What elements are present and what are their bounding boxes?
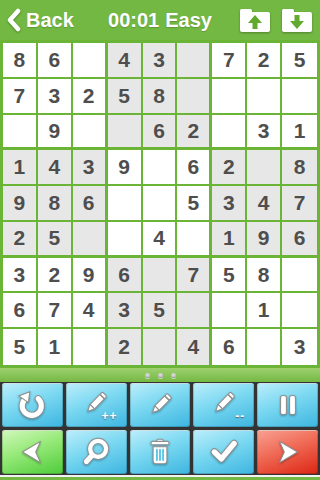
cell-r7c2[interactable]: 2 [38,258,73,294]
top-bar: Back 00:01 Easy [0,0,320,40]
cell-r5c5[interactable] [143,186,178,222]
cell-r3c2[interactable]: 9 [38,115,73,151]
cell-r4c6[interactable]: 6 [177,150,212,186]
cell-r9c2[interactable]: 1 [38,329,73,365]
folder-arrow-down-icon [280,6,314,34]
import-puzzle-button[interactable] [280,6,314,34]
cell-r7c5[interactable] [143,258,178,294]
page-dot-3 [171,373,176,378]
cell-r9c3[interactable] [73,329,108,365]
cell-r6c6[interactable] [177,222,212,258]
check-icon [207,435,241,469]
cell-r5c8[interactable]: 4 [247,186,282,222]
cell-r6c2[interactable]: 5 [38,222,73,258]
cell-r6c8[interactable]: 9 [247,222,282,258]
cell-r4c7[interactable]: 2 [212,150,247,186]
back-label: Back [26,9,74,32]
cell-r8c9[interactable] [282,293,317,329]
cell-r1c5[interactable]: 3 [143,43,178,79]
cell-r7c9[interactable] [282,258,317,294]
confirm-button[interactable] [193,430,254,474]
cell-r8c4[interactable]: 3 [108,293,143,329]
cell-r3c8[interactable]: 3 [247,115,282,151]
cell-r3c6[interactable]: 2 [177,115,212,151]
pencil-minus-icon [207,388,241,422]
cell-r9c8[interactable] [247,329,282,365]
cell-r4c5[interactable] [143,150,178,186]
cell-r3c3[interactable] [73,115,108,151]
cell-r2c7[interactable] [212,79,247,115]
timer-value: 00:01 [108,9,159,32]
cell-r7c3[interactable]: 9 [73,258,108,294]
cell-r7c4[interactable]: 6 [108,258,143,294]
folder-arrow-up-icon [238,6,272,34]
cell-r9c5[interactable] [143,329,178,365]
cell-r4c9[interactable]: 8 [282,150,317,186]
cell-r7c8[interactable]: 8 [247,258,282,294]
cell-r5c1[interactable]: 9 [3,186,38,222]
cell-r7c6[interactable]: 7 [177,258,212,294]
back-chevron-icon [6,8,22,32]
page-dot-1 [145,373,150,378]
cell-r8c5[interactable]: 5 [143,293,178,329]
undo-icon [15,388,49,422]
cell-r9c1[interactable]: 5 [3,329,38,365]
pencil-button[interactable] [130,383,191,427]
cell-r1c8[interactable]: 2 [247,43,282,79]
cell-r6c4[interactable] [108,222,143,258]
cell-r1c7[interactable]: 7 [212,43,247,79]
cell-r2c4[interactable]: 5 [108,79,143,115]
cell-r1c4[interactable]: 4 [108,43,143,79]
cell-r1c1[interactable]: 8 [3,43,38,79]
undo-button[interactable] [2,383,63,427]
cell-r8c3[interactable]: 4 [73,293,108,329]
cell-r2c9[interactable] [282,79,317,115]
cell-r5c9[interactable]: 7 [282,186,317,222]
cell-r3c7[interactable] [212,115,247,151]
pencil-plus-icon [79,388,113,422]
cell-r2c1[interactable]: 7 [3,79,38,115]
cell-r6c9[interactable]: 6 [282,222,317,258]
cell-r6c3[interactable] [73,222,108,258]
cell-r5c6[interactable]: 5 [177,186,212,222]
toolbar: ++ -- [0,382,320,475]
cell-r9c7[interactable]: 6 [212,329,247,365]
back-button[interactable]: Back [6,8,74,32]
cell-r1c9[interactable]: 5 [282,43,317,79]
trash-icon [143,435,177,469]
delete-button[interactable] [130,430,191,474]
cell-r5c7[interactable]: 3 [212,186,247,222]
pause-button[interactable] [257,383,318,427]
cell-r5c2[interactable]: 8 [38,186,73,222]
cell-r6c1[interactable]: 2 [3,222,38,258]
cell-r4c2[interactable]: 4 [38,150,73,186]
cell-r6c7[interactable]: 1 [212,222,247,258]
cell-r6c5[interactable]: 4 [143,222,178,258]
pencil-add-marks-button[interactable]: ++ [66,383,127,427]
cell-r4c4[interactable]: 9 [108,150,143,186]
export-puzzle-button[interactable] [238,6,272,34]
cell-r5c4[interactable] [108,186,143,222]
arrow-left-icon [15,435,49,469]
cell-r3c9[interactable]: 1 [282,115,317,151]
cell-r9c9[interactable]: 3 [282,329,317,365]
cell-r8c2[interactable]: 7 [38,293,73,329]
arrow-right-icon [271,435,305,469]
difficulty-value: Easy [165,9,212,32]
cell-r2c5[interactable]: 8 [143,79,178,115]
cell-r1c2[interactable]: 6 [38,43,73,79]
cell-r1c3[interactable] [73,43,108,79]
page-indicator[interactable] [0,368,320,382]
cell-r4c1[interactable]: 1 [3,150,38,186]
pause-icon [271,388,305,422]
cell-r4c8[interactable] [247,150,282,186]
cell-r2c8[interactable] [247,79,282,115]
sudoku-board: 8643725732589623114396289865347254196329… [0,40,320,368]
pencil-icon [143,388,177,422]
cell-r9c4[interactable]: 2 [108,329,143,365]
cell-r5c3[interactable]: 6 [73,186,108,222]
cell-r7c1[interactable]: 3 [3,258,38,294]
pencil-remove-marks-button[interactable]: -- [193,383,254,427]
cell-r1c6[interactable] [177,43,212,79]
cell-r7c7[interactable]: 5 [212,258,247,294]
sudoku-app-screen: Back 00:01 Easy [0,0,320,480]
page-dot-2 [158,373,163,378]
cell-r2c3[interactable]: 2 [73,79,108,115]
cell-r2c6[interactable] [177,79,212,115]
zoom-button[interactable] [66,430,127,474]
cell-r4c3[interactable]: 3 [73,150,108,186]
header-actions [238,6,314,34]
cell-r3c5[interactable]: 6 [143,115,178,151]
cell-r8c6[interactable] [177,293,212,329]
cell-r8c8[interactable]: 1 [247,293,282,329]
cell-r2c2[interactable]: 3 [38,79,73,115]
cell-r8c1[interactable]: 6 [3,293,38,329]
cell-r9c6[interactable]: 4 [177,329,212,365]
cell-r8c7[interactable] [212,293,247,329]
magnifier-icon [79,435,113,469]
previous-button[interactable] [2,430,63,474]
next-button[interactable] [257,430,318,474]
cell-r3c4[interactable] [108,115,143,151]
cell-r3c1[interactable] [3,115,38,151]
